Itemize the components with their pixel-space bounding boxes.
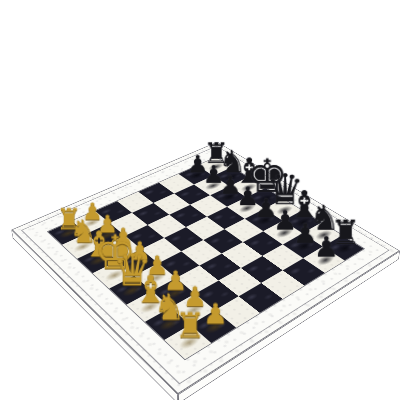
piece-shadow [145, 270, 169, 285]
piece-shadow [274, 227, 296, 240]
piece-shadow [294, 240, 316, 253]
chess-board: ♜♟♟♜♞♟♟♞♝♟♟♝♚♟♟♚♛♟♟♛♝♟♟♝♞♟♟♞♜♟♟♜ [11, 142, 400, 395]
piece-shadow [314, 253, 337, 267]
play-area: ♜♟♟♜♞♟♟♞♝♟♟♝♚♟♟♚♛♟♟♛♝♟♟♝♞♟♟♞♜♟♟♜ [47, 157, 365, 361]
piece-shadow [313, 229, 335, 242]
piece-shadow [255, 214, 276, 226]
piece-shadow [137, 299, 163, 316]
piece-shadow [293, 216, 314, 228]
piece-shadow [176, 333, 203, 352]
piece-shadow [87, 254, 111, 268]
piece-shadow [334, 242, 356, 256]
chess-render-scene: ♜♟♟♜♞♟♟♞♝♟♟♝♚♟♟♚♛♟♟♛♝♟♟♝♞♟♟♞♜♟♟♜ [0, 0, 400, 400]
